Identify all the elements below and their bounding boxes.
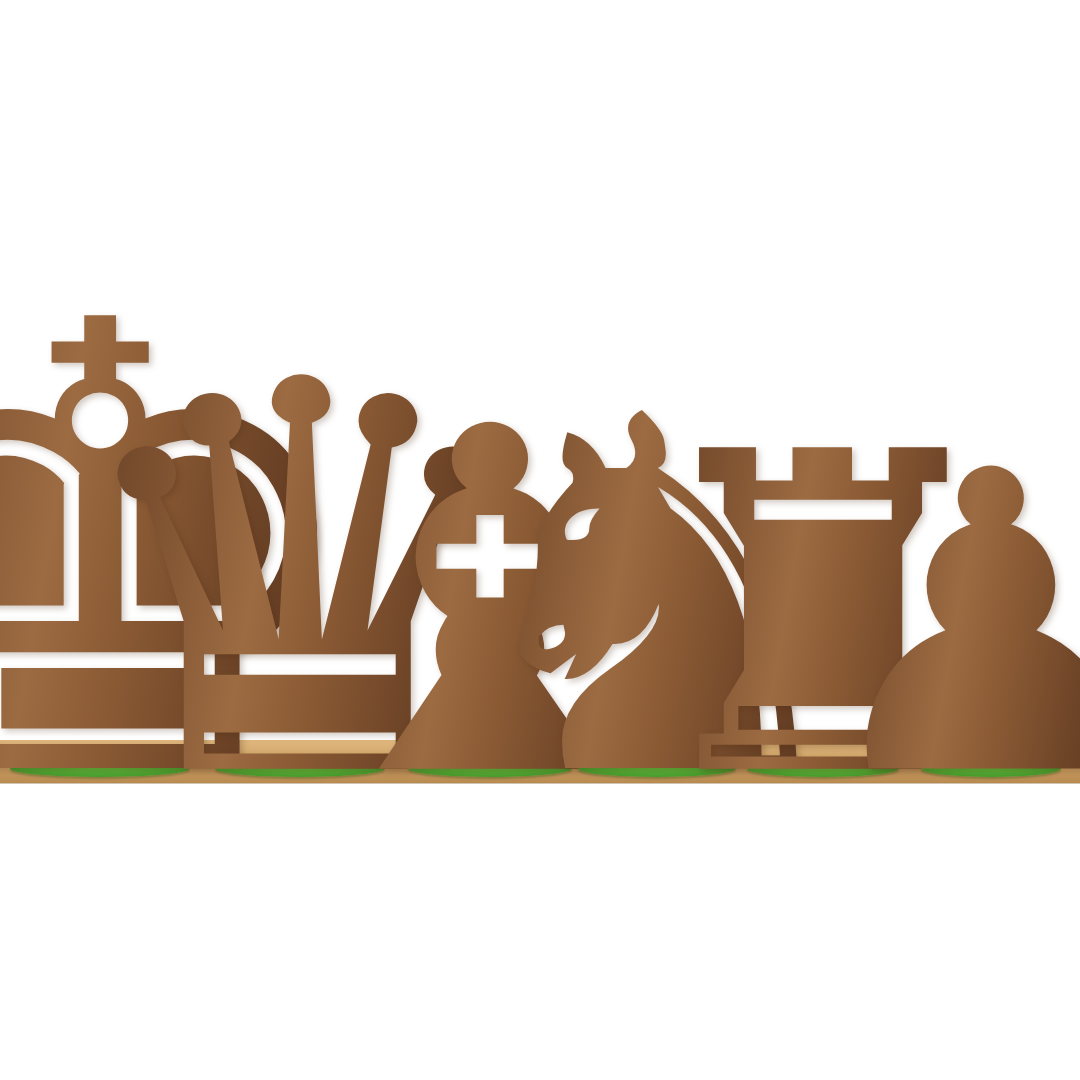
chess-set-product-photo: ♚ ♛ ♝ ♞ ♜ ♟ xyxy=(0,0,1080,1080)
pawn-piece-glyph: ♟ xyxy=(805,417,1080,832)
pawn-piece: ♟ xyxy=(921,767,1061,777)
